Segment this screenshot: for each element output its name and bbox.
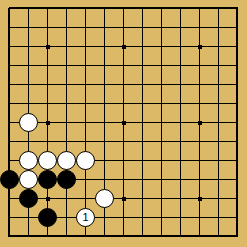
intersection-G9[interactable] xyxy=(114,75,133,94)
intersection-E12[interactable] xyxy=(76,18,95,37)
intersection-H2[interactable] xyxy=(133,208,152,227)
intersection-M8[interactable] xyxy=(209,94,228,113)
intersection-N13[interactable] xyxy=(228,0,247,18)
intersection-D12[interactable] xyxy=(57,18,76,37)
intersection-C3[interactable] xyxy=(38,189,57,208)
intersection-N11[interactable] xyxy=(228,37,247,56)
intersection-H8[interactable] xyxy=(133,94,152,113)
intersection-J8[interactable] xyxy=(152,94,171,113)
intersection-G1[interactable] xyxy=(114,227,133,246)
intersection-D7[interactable] xyxy=(57,113,76,132)
intersection-L5[interactable] xyxy=(190,151,209,170)
intersection-J1[interactable] xyxy=(152,227,171,246)
intersection-J6[interactable] xyxy=(152,132,171,151)
intersection-F4[interactable] xyxy=(95,170,114,189)
intersection-K2[interactable] xyxy=(171,208,190,227)
star-point-icon xyxy=(198,121,202,125)
intersection-H10[interactable] xyxy=(133,56,152,75)
intersection-F8[interactable] xyxy=(95,94,114,113)
intersection-M5[interactable] xyxy=(209,151,228,170)
intersection-K12[interactable] xyxy=(171,18,190,37)
intersection-H6[interactable] xyxy=(133,132,152,151)
intersection-L11[interactable] xyxy=(190,37,209,56)
intersection-E9[interactable] xyxy=(76,75,95,94)
intersection-M6[interactable] xyxy=(209,132,228,151)
intersection-B11[interactable] xyxy=(19,37,38,56)
intersection-N4[interactable] xyxy=(228,170,247,189)
intersection-E3[interactable] xyxy=(76,189,95,208)
white-stone-move-1: 1 xyxy=(76,208,95,227)
intersection-L3[interactable] xyxy=(190,189,209,208)
intersection-D2[interactable] xyxy=(57,208,76,227)
intersection-J9[interactable] xyxy=(152,75,171,94)
intersection-K7[interactable] xyxy=(171,113,190,132)
intersection-J4[interactable] xyxy=(152,170,171,189)
intersection-B8[interactable] xyxy=(19,94,38,113)
intersection-J12[interactable] xyxy=(152,18,171,37)
intersection-F2[interactable] xyxy=(95,208,114,227)
intersection-N8[interactable] xyxy=(228,94,247,113)
intersection-N3[interactable] xyxy=(228,189,247,208)
intersection-E6[interactable] xyxy=(76,132,95,151)
intersection-B13[interactable] xyxy=(19,0,38,18)
intersection-A13[interactable] xyxy=(0,0,19,18)
intersection-K1[interactable] xyxy=(171,227,190,246)
intersection-F13[interactable] xyxy=(95,0,114,18)
star-point-icon xyxy=(46,45,50,49)
intersection-C1[interactable] xyxy=(38,227,57,246)
intersection-L12[interactable] xyxy=(190,18,209,37)
intersection-N9[interactable] xyxy=(228,75,247,94)
white-stone xyxy=(19,113,38,132)
intersection-H4[interactable] xyxy=(133,170,152,189)
black-stone xyxy=(57,170,76,189)
intersection-C2[interactable] xyxy=(38,208,57,227)
black-stone xyxy=(38,208,57,227)
intersection-C9[interactable] xyxy=(38,75,57,94)
intersection-H12[interactable] xyxy=(133,18,152,37)
intersection-H13[interactable] xyxy=(133,0,152,18)
intersection-G4[interactable] xyxy=(114,170,133,189)
intersection-D8[interactable] xyxy=(57,94,76,113)
intersection-A8[interactable] xyxy=(0,94,19,113)
intersection-G5[interactable] xyxy=(114,151,133,170)
intersection-F1[interactable] xyxy=(95,227,114,246)
intersection-A9[interactable] xyxy=(0,75,19,94)
intersection-N10[interactable] xyxy=(228,56,247,75)
intersection-L2[interactable] xyxy=(190,208,209,227)
intersection-H3[interactable] xyxy=(133,189,152,208)
intersection-C8[interactable] xyxy=(38,94,57,113)
intersection-M3[interactable] xyxy=(209,189,228,208)
intersection-B9[interactable] xyxy=(19,75,38,94)
intersection-D3[interactable] xyxy=(57,189,76,208)
intersection-E11[interactable] xyxy=(76,37,95,56)
intersection-J13[interactable] xyxy=(152,0,171,18)
intersection-B5[interactable] xyxy=(19,151,38,170)
intersection-L4[interactable] xyxy=(190,170,209,189)
intersection-K9[interactable] xyxy=(171,75,190,94)
intersection-D11[interactable] xyxy=(57,37,76,56)
intersection-B1[interactable] xyxy=(19,227,38,246)
intersection-A4[interactable] xyxy=(0,170,19,189)
intersection-F11[interactable] xyxy=(95,37,114,56)
intersection-B7[interactable] xyxy=(19,113,38,132)
intersection-A10[interactable] xyxy=(0,56,19,75)
intersection-L1[interactable] xyxy=(190,227,209,246)
intersection-J5[interactable] xyxy=(152,151,171,170)
intersection-D5[interactable] xyxy=(57,151,76,170)
intersection-J3[interactable] xyxy=(152,189,171,208)
intersection-H11[interactable] xyxy=(133,37,152,56)
intersection-E4[interactable] xyxy=(76,170,95,189)
intersection-H9[interactable] xyxy=(133,75,152,94)
intersection-E7[interactable] xyxy=(76,113,95,132)
intersection-N1[interactable] xyxy=(228,227,247,246)
intersection-G6[interactable] xyxy=(114,132,133,151)
intersection-K3[interactable] xyxy=(171,189,190,208)
intersection-M11[interactable] xyxy=(209,37,228,56)
intersection-A11[interactable] xyxy=(0,37,19,56)
star-point-icon xyxy=(198,197,202,201)
intersection-G7[interactable] xyxy=(114,113,133,132)
star-point-icon xyxy=(46,197,50,201)
intersection-A1[interactable] xyxy=(0,227,19,246)
intersection-E10[interactable] xyxy=(76,56,95,75)
intersection-D9[interactable] xyxy=(57,75,76,94)
intersection-G2[interactable] xyxy=(114,208,133,227)
intersection-K13[interactable] xyxy=(171,0,190,18)
intersection-B6[interactable] xyxy=(19,132,38,151)
intersection-M12[interactable] xyxy=(209,18,228,37)
intersection-K4[interactable] xyxy=(171,170,190,189)
intersection-A6[interactable] xyxy=(0,132,19,151)
intersection-M9[interactable] xyxy=(209,75,228,94)
intersection-E2[interactable]: 1 xyxy=(76,208,95,227)
intersection-N6[interactable] xyxy=(228,132,247,151)
intersection-M10[interactable] xyxy=(209,56,228,75)
intersection-J2[interactable] xyxy=(152,208,171,227)
intersection-G11[interactable] xyxy=(114,37,133,56)
intersection-N2[interactable] xyxy=(228,208,247,227)
intersection-K11[interactable] xyxy=(171,37,190,56)
intersection-G12[interactable] xyxy=(114,18,133,37)
intersection-E8[interactable] xyxy=(76,94,95,113)
intersection-G10[interactable] xyxy=(114,56,133,75)
intersection-M13[interactable] xyxy=(209,0,228,18)
intersection-M7[interactable] xyxy=(209,113,228,132)
intersection-D1[interactable] xyxy=(57,227,76,246)
intersection-B3[interactable] xyxy=(19,189,38,208)
intersection-E1[interactable] xyxy=(76,227,95,246)
star-point-icon xyxy=(122,197,126,201)
intersection-N5[interactable] xyxy=(228,151,247,170)
intersection-N7[interactable] xyxy=(228,113,247,132)
intersection-B2[interactable] xyxy=(19,208,38,227)
intersection-C11[interactable] xyxy=(38,37,57,56)
intersection-E5[interactable] xyxy=(76,151,95,170)
intersection-H5[interactable] xyxy=(133,151,152,170)
intersection-C5[interactable] xyxy=(38,151,57,170)
intersection-C10[interactable] xyxy=(38,56,57,75)
intersection-H1[interactable] xyxy=(133,227,152,246)
intersection-F12[interactable] xyxy=(95,18,114,37)
intersection-L9[interactable] xyxy=(190,75,209,94)
intersection-G3[interactable] xyxy=(114,189,133,208)
move-number-label: 1 xyxy=(82,212,88,223)
intersection-C13[interactable] xyxy=(38,0,57,18)
intersection-G8[interactable] xyxy=(114,94,133,113)
intersection-A5[interactable] xyxy=(0,151,19,170)
intersection-C12[interactable] xyxy=(38,18,57,37)
star-point-icon xyxy=(122,121,126,125)
white-stone xyxy=(38,151,57,170)
intersection-C7[interactable] xyxy=(38,113,57,132)
intersection-L10[interactable] xyxy=(190,56,209,75)
star-point-icon xyxy=(198,45,202,49)
intersection-D6[interactable] xyxy=(57,132,76,151)
intersection-L8[interactable] xyxy=(190,94,209,113)
intersection-A2[interactable] xyxy=(0,208,19,227)
black-stone xyxy=(19,189,38,208)
intersection-F10[interactable] xyxy=(95,56,114,75)
intersection-M4[interactable] xyxy=(209,170,228,189)
white-stone xyxy=(76,151,95,170)
intersection-B10[interactable] xyxy=(19,56,38,75)
black-stone xyxy=(38,170,57,189)
white-stone xyxy=(19,170,38,189)
intersection-A7[interactable] xyxy=(0,113,19,132)
white-stone xyxy=(19,151,38,170)
intersection-L6[interactable] xyxy=(190,132,209,151)
intersection-C4[interactable] xyxy=(38,170,57,189)
intersection-H7[interactable] xyxy=(133,113,152,132)
intersection-K6[interactable] xyxy=(171,132,190,151)
intersection-A3[interactable] xyxy=(0,189,19,208)
intersection-E13[interactable] xyxy=(76,0,95,18)
white-stone xyxy=(95,189,114,208)
intersection-J10[interactable] xyxy=(152,56,171,75)
intersection-D4[interactable] xyxy=(57,170,76,189)
intersection-C6[interactable] xyxy=(38,132,57,151)
intersection-D13[interactable] xyxy=(57,0,76,18)
intersection-F7[interactable] xyxy=(95,113,114,132)
go-board-diagram: 1 xyxy=(0,0,247,247)
go-board: 1 xyxy=(0,0,247,246)
intersection-K5[interactable] xyxy=(171,151,190,170)
intersection-F6[interactable] xyxy=(95,132,114,151)
intersection-F5[interactable] xyxy=(95,151,114,170)
intersection-D10[interactable] xyxy=(57,56,76,75)
intersection-B12[interactable] xyxy=(19,18,38,37)
black-stone xyxy=(0,170,19,189)
intersection-M1[interactable] xyxy=(209,227,228,246)
intersection-G13[interactable] xyxy=(114,0,133,18)
intersection-L13[interactable] xyxy=(190,0,209,18)
intersection-K8[interactable] xyxy=(171,94,190,113)
intersection-B4[interactable] xyxy=(19,170,38,189)
star-point-icon xyxy=(46,121,50,125)
intersection-F3[interactable] xyxy=(95,189,114,208)
intersection-F9[interactable] xyxy=(95,75,114,94)
intersection-A12[interactable] xyxy=(0,18,19,37)
intersection-N12[interactable] xyxy=(228,18,247,37)
star-point-icon xyxy=(122,45,126,49)
intersection-J7[interactable] xyxy=(152,113,171,132)
intersection-K10[interactable] xyxy=(171,56,190,75)
white-stone xyxy=(57,151,76,170)
intersection-J11[interactable] xyxy=(152,37,171,56)
intersection-M2[interactable] xyxy=(209,208,228,227)
intersection-L7[interactable] xyxy=(190,113,209,132)
